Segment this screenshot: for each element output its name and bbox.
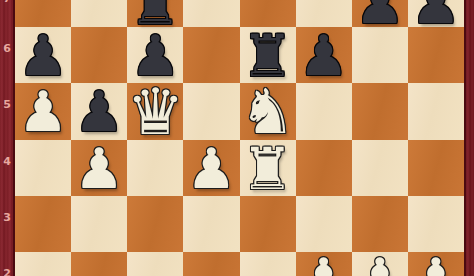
black-pawn-f6[interactable]: ♟ — [299, 28, 349, 84]
rank-label-5: 5 — [0, 99, 14, 110]
square-a4[interactable] — [15, 140, 72, 197]
square-g3[interactable] — [352, 196, 409, 253]
square-h4[interactable] — [408, 140, 465, 197]
square-f3[interactable] — [296, 196, 353, 253]
square-g5[interactable] — [352, 83, 409, 140]
black-pawn-b5[interactable]: ♟ — [74, 84, 124, 140]
square-h3[interactable] — [408, 196, 465, 253]
white-pawn-a5[interactable]: ♟ — [18, 84, 68, 140]
white-pawn-b4[interactable]: ♟ — [74, 141, 124, 197]
square-c2[interactable] — [127, 252, 184, 276]
square-b6[interactable] — [71, 27, 128, 84]
chessboard: 765432 ♜♟♟♟♟♜♟♟♟♛♞♟♟♜♟♟♟ — [0, 0, 474, 276]
square-f5[interactable] — [296, 83, 353, 140]
square-d6[interactable] — [183, 27, 240, 84]
rank-label-6: 6 — [0, 43, 14, 54]
square-b7[interactable] — [71, 0, 128, 28]
square-f4[interactable] — [296, 140, 353, 197]
square-e3[interactable] — [240, 196, 297, 253]
square-d7[interactable] — [183, 0, 240, 28]
square-h5[interactable] — [408, 83, 465, 140]
rank-label-7: 7 — [0, 0, 14, 3]
black-pawn-a6[interactable]: ♟ — [18, 28, 68, 84]
white-pawn-h2[interactable]: ♟ — [411, 251, 461, 276]
board-left-border: 765432 — [0, 0, 15, 276]
square-e2[interactable] — [240, 252, 297, 276]
white-pawn-g2[interactable]: ♟ — [355, 251, 405, 276]
square-d3[interactable] — [183, 196, 240, 253]
square-b2[interactable] — [71, 252, 128, 276]
rank-label-3: 3 — [0, 211, 14, 222]
square-c3[interactable] — [127, 196, 184, 253]
white-queen-c5[interactable]: ♛ — [127, 80, 184, 144]
square-d2[interactable] — [183, 252, 240, 276]
square-b3[interactable] — [71, 196, 128, 253]
white-pawn-d4[interactable]: ♟ — [186, 141, 236, 197]
white-pawn-f2[interactable]: ♟ — [299, 251, 349, 276]
board-right-border — [464, 0, 474, 276]
black-pawn-h7[interactable]: ♟ — [411, 0, 461, 32]
rank-label-4: 4 — [0, 155, 14, 166]
rank-label-2: 2 — [0, 268, 14, 276]
square-a3[interactable] — [15, 196, 72, 253]
square-g4[interactable] — [352, 140, 409, 197]
white-rook-e4[interactable]: ♜ — [242, 140, 294, 198]
square-a2[interactable] — [15, 252, 72, 276]
square-d5[interactable] — [183, 83, 240, 140]
black-pawn-g7[interactable]: ♟ — [355, 0, 405, 32]
